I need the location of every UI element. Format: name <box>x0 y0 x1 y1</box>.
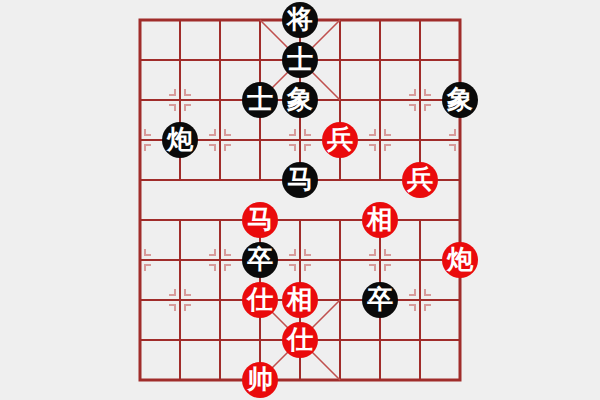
xiangqi-screenshot: 将士士象象炮兵马兵马相卒炮仕相卒仕帅 <box>0 0 600 400</box>
board-point <box>200 240 240 280</box>
board-point <box>320 160 360 200</box>
board-point: 相 <box>360 200 400 240</box>
piece-red-horse[interactable]: 马 <box>242 202 278 238</box>
board-point <box>320 360 360 400</box>
board-point <box>320 0 360 40</box>
board-point <box>200 120 240 160</box>
board-point <box>160 320 200 360</box>
board-point: 将 <box>280 0 320 40</box>
board-point <box>120 360 160 400</box>
board-point <box>240 160 280 200</box>
board-point <box>240 40 280 80</box>
board-point: 帅 <box>240 360 280 400</box>
board-point <box>360 360 400 400</box>
piece-red-soldier[interactable]: 兵 <box>402 162 438 198</box>
board-point <box>200 80 240 120</box>
board-point <box>280 360 320 400</box>
board-point <box>280 200 320 240</box>
board-point <box>160 240 200 280</box>
board-point <box>160 200 200 240</box>
piece-red-cannon[interactable]: 炮 <box>442 242 478 278</box>
piece-black-elephant[interactable]: 象 <box>282 82 318 118</box>
board-point <box>240 320 280 360</box>
piece-black-elephant[interactable]: 象 <box>442 82 478 118</box>
board-point: 士 <box>280 40 320 80</box>
board-point <box>400 80 440 120</box>
piece-black-general[interactable]: 将 <box>282 2 318 38</box>
board-point <box>400 40 440 80</box>
board-point <box>440 120 480 160</box>
board-point <box>400 320 440 360</box>
board-point <box>120 280 160 320</box>
board-point <box>240 120 280 160</box>
board-point <box>120 200 160 240</box>
board-point: 卒 <box>240 240 280 280</box>
board-point <box>160 160 200 200</box>
board-point <box>120 40 160 80</box>
board-point <box>320 200 360 240</box>
board-point <box>160 0 200 40</box>
board-point <box>320 40 360 80</box>
board-point: 卒 <box>360 280 400 320</box>
piece-red-advisor[interactable]: 仕 <box>282 322 318 358</box>
piece-black-soldier[interactable]: 卒 <box>242 242 278 278</box>
board-point <box>400 240 440 280</box>
board-point <box>360 120 400 160</box>
piece-red-elephant[interactable]: 相 <box>282 282 318 318</box>
board-point <box>440 160 480 200</box>
board-point <box>440 280 480 320</box>
board-point <box>120 80 160 120</box>
board-point: 仕 <box>240 280 280 320</box>
board-point: 象 <box>440 80 480 120</box>
piece-black-horse[interactable]: 马 <box>282 162 318 198</box>
board-point <box>120 0 160 40</box>
piece-red-soldier[interactable]: 兵 <box>322 122 358 158</box>
board-point <box>280 120 320 160</box>
board-point <box>320 320 360 360</box>
piece-black-cannon[interactable]: 炮 <box>162 122 198 158</box>
board-point <box>200 160 240 200</box>
board-point <box>120 320 160 360</box>
board-point <box>440 200 480 240</box>
board-point <box>200 320 240 360</box>
board-point <box>160 40 200 80</box>
board-point <box>320 280 360 320</box>
board-point <box>120 240 160 280</box>
board-point <box>200 40 240 80</box>
board-point <box>120 160 160 200</box>
board-point <box>320 240 360 280</box>
board-point: 炮 <box>440 240 480 280</box>
board-point <box>160 80 200 120</box>
board-point <box>440 360 480 400</box>
piece-black-soldier[interactable]: 卒 <box>362 282 398 318</box>
board-point <box>440 0 480 40</box>
board-point: 马 <box>240 200 280 240</box>
piece-red-advisor[interactable]: 仕 <box>242 282 278 318</box>
board-point <box>440 320 480 360</box>
board-point <box>120 120 160 160</box>
board-point: 兵 <box>320 120 360 160</box>
board-point <box>400 280 440 320</box>
board-point: 马 <box>280 160 320 200</box>
board-point <box>360 0 400 40</box>
board-point <box>200 280 240 320</box>
board-point <box>400 200 440 240</box>
board-point: 士 <box>240 80 280 120</box>
board-point <box>200 0 240 40</box>
board-point: 相 <box>280 280 320 320</box>
board-point <box>200 200 240 240</box>
board-point <box>360 240 400 280</box>
board-point <box>240 0 280 40</box>
board-point <box>280 240 320 280</box>
board-point <box>400 120 440 160</box>
board-point: 象 <box>280 80 320 120</box>
board-point <box>400 360 440 400</box>
board-point <box>360 320 400 360</box>
xiangqi-board: 将士士象象炮兵马兵马相卒炮仕相卒仕帅 <box>120 0 480 400</box>
board-point <box>400 0 440 40</box>
board-point <box>360 80 400 120</box>
piece-red-general[interactable]: 帅 <box>242 362 278 398</box>
board-point: 仕 <box>280 320 320 360</box>
piece-black-advisor[interactable]: 士 <box>282 42 318 78</box>
board-point <box>320 80 360 120</box>
board-point <box>360 160 400 200</box>
board-point: 炮 <box>160 120 200 160</box>
board-point <box>360 40 400 80</box>
board-point: 兵 <box>400 160 440 200</box>
board-point <box>200 360 240 400</box>
board-point <box>160 280 200 320</box>
piece-red-elephant[interactable]: 相 <box>362 202 398 238</box>
board-point <box>440 40 480 80</box>
piece-black-advisor[interactable]: 士 <box>242 82 278 118</box>
board-point <box>160 360 200 400</box>
